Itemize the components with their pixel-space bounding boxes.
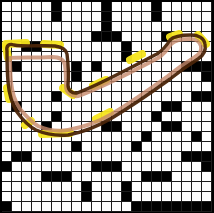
grid-cell[interactable]	[82, 2, 92, 12]
grid-cell[interactable]	[162, 112, 172, 122]
grid-cell[interactable]	[182, 172, 192, 182]
grid-cell[interactable]	[162, 152, 172, 162]
grid-cell[interactable]	[42, 132, 52, 142]
grid-cell[interactable]	[22, 22, 32, 32]
grid-cell[interactable]	[142, 52, 152, 62]
grid-cell[interactable]	[12, 52, 22, 62]
grid-cell[interactable]	[82, 142, 92, 152]
grid-cell[interactable]	[202, 52, 212, 62]
grid-cell[interactable]	[132, 132, 142, 142]
grid-cell[interactable]	[112, 72, 122, 82]
grid-cell[interactable]	[112, 182, 122, 192]
grid-cell[interactable]	[122, 2, 132, 12]
grid-cell[interactable]	[92, 12, 102, 22]
grid-cell[interactable]	[192, 172, 202, 182]
grid-cell[interactable]	[52, 82, 62, 92]
grid-cell[interactable]	[52, 152, 62, 162]
grid-cell[interactable]	[162, 182, 172, 192]
grid-cell[interactable]	[52, 162, 62, 172]
grid-cell[interactable]	[2, 22, 12, 32]
grid-cell[interactable]	[32, 162, 42, 172]
grid-cell[interactable]	[32, 182, 42, 192]
grid-cell[interactable]	[202, 192, 212, 202]
grid-cell[interactable]	[2, 122, 12, 132]
grid-cell[interactable]	[42, 202, 52, 212]
grid-cell[interactable]	[62, 122, 72, 132]
grid-cell[interactable]	[2, 32, 12, 42]
grid-cell[interactable]	[32, 72, 42, 82]
grid-cell[interactable]	[22, 2, 32, 12]
grid-cell[interactable]	[162, 12, 172, 22]
grid-cell[interactable]	[122, 172, 132, 182]
grid-cell[interactable]	[152, 142, 162, 152]
grid-cell[interactable]	[42, 142, 52, 152]
grid-cell[interactable]	[172, 132, 182, 142]
grid-cell[interactable]	[42, 192, 52, 202]
grid-cell[interactable]	[102, 92, 112, 102]
grid-cell[interactable]	[152, 122, 162, 132]
grid-cell[interactable]	[22, 132, 32, 142]
grid-cell[interactable]	[122, 102, 132, 112]
grid-cell[interactable]	[52, 52, 62, 62]
grid-cell[interactable]	[182, 2, 192, 12]
grid-cell[interactable]	[62, 62, 72, 72]
grid-cell[interactable]	[132, 22, 142, 32]
grid-cell[interactable]	[112, 92, 122, 102]
grid-cell[interactable]	[12, 192, 22, 202]
grid-cell[interactable]	[202, 182, 212, 192]
grid-cell[interactable]	[192, 192, 202, 202]
grid-cell[interactable]	[32, 32, 42, 42]
grid-cell[interactable]	[182, 182, 192, 192]
grid-cell[interactable]	[82, 102, 92, 112]
grid-cell[interactable]	[202, 132, 212, 142]
grid-cell[interactable]	[162, 162, 172, 172]
grid-cell[interactable]	[42, 2, 52, 12]
grid-cell[interactable]	[32, 82, 42, 92]
grid-cell[interactable]	[72, 122, 82, 132]
grid-cell[interactable]	[2, 182, 12, 192]
grid-cell[interactable]	[82, 32, 92, 42]
grid-cell[interactable]	[132, 82, 142, 92]
grid-cell[interactable]	[182, 92, 192, 102]
grid-cell[interactable]	[22, 102, 32, 112]
grid-cell[interactable]	[122, 142, 132, 152]
grid-cell[interactable]	[182, 82, 192, 92]
grid-cell[interactable]	[182, 162, 192, 172]
grid-cell[interactable]	[142, 92, 152, 102]
grid-cell[interactable]	[152, 42, 162, 52]
grid-cell[interactable]	[202, 42, 212, 52]
grid-cell[interactable]	[152, 72, 162, 82]
grid-cell[interactable]	[112, 62, 122, 72]
grid-cell[interactable]	[122, 162, 132, 172]
grid-cell[interactable]	[162, 192, 172, 202]
grid-cell[interactable]	[132, 12, 142, 22]
grid-cell[interactable]	[32, 142, 42, 152]
grid-cell[interactable]	[22, 82, 32, 92]
grid-cell[interactable]	[172, 72, 182, 82]
grid-cell[interactable]	[62, 22, 72, 32]
grid-cell[interactable]	[92, 2, 102, 12]
grid-cell[interactable]	[182, 22, 192, 32]
grid-cell[interactable]	[32, 102, 42, 112]
grid-cell[interactable]	[42, 42, 52, 52]
grid-cell[interactable]	[92, 192, 102, 202]
grid-cell[interactable]	[152, 192, 162, 202]
grid-cell[interactable]	[92, 132, 102, 142]
grid-cell[interactable]	[132, 152, 142, 162]
grid-cell[interactable]	[92, 52, 102, 62]
grid-cell[interactable]	[142, 42, 152, 52]
grid-cell[interactable]	[92, 122, 102, 132]
grid-cell[interactable]	[152, 62, 162, 72]
grid-cell[interactable]	[172, 162, 182, 172]
grid-cell[interactable]	[52, 182, 62, 192]
grid-cell[interactable]	[162, 142, 172, 152]
grid-cell[interactable]	[42, 72, 52, 82]
grid-cell[interactable]	[62, 192, 72, 202]
grid-cell[interactable]	[172, 92, 182, 102]
grid-cell[interactable]	[62, 112, 72, 122]
grid-cell[interactable]	[192, 162, 202, 172]
grid-cell[interactable]	[102, 102, 112, 112]
grid-cell[interactable]	[12, 72, 22, 82]
grid-cell[interactable]	[32, 2, 42, 12]
grid-cell[interactable]	[182, 32, 192, 42]
grid-cell[interactable]	[112, 2, 122, 12]
grid-cell[interactable]	[192, 12, 202, 22]
grid-cell[interactable]	[92, 182, 102, 192]
grid-cell[interactable]	[82, 12, 92, 22]
grid-cell[interactable]	[42, 52, 52, 62]
grid-cell[interactable]	[172, 82, 182, 92]
grid-cell[interactable]	[62, 132, 72, 142]
grid-cell[interactable]	[172, 112, 182, 122]
grid-cell[interactable]	[72, 132, 82, 142]
grid-cell[interactable]	[2, 192, 12, 202]
grid-cell[interactable]	[42, 62, 52, 72]
grid-cell[interactable]	[32, 12, 42, 22]
grid-cell[interactable]	[202, 82, 212, 92]
grid-cell[interactable]	[182, 42, 192, 52]
grid-cell[interactable]	[12, 182, 22, 192]
grid-cell[interactable]	[142, 102, 152, 112]
grid-cell[interactable]	[182, 122, 192, 132]
grid-cell[interactable]	[132, 92, 142, 102]
grid-cell[interactable]	[112, 22, 122, 32]
grid-cell[interactable]	[112, 172, 122, 182]
grid-cell[interactable]	[2, 2, 12, 12]
grid-cell[interactable]	[152, 162, 162, 172]
grid-cell[interactable]	[192, 112, 202, 122]
grid-cell[interactable]	[122, 202, 132, 212]
grid-cell[interactable]	[62, 182, 72, 192]
grid-cell[interactable]	[12, 22, 22, 32]
grid-cell[interactable]	[2, 152, 12, 162]
grid-cell[interactable]	[2, 72, 12, 82]
grid-cell[interactable]	[142, 72, 152, 82]
grid-cell[interactable]	[122, 122, 132, 132]
grid-cell[interactable]	[92, 172, 102, 182]
grid-cell[interactable]	[12, 122, 22, 132]
grid-cell[interactable]	[22, 92, 32, 102]
grid-cell[interactable]	[12, 12, 22, 22]
grid-cell[interactable]	[142, 122, 152, 132]
grid-cell[interactable]	[62, 102, 72, 112]
grid-cell[interactable]	[72, 92, 82, 102]
grid-cell[interactable]	[92, 42, 102, 52]
grid-cell[interactable]	[82, 202, 92, 212]
grid-cell[interactable]	[52, 22, 62, 32]
grid-cell[interactable]	[102, 72, 112, 82]
grid-cell[interactable]	[2, 82, 12, 92]
grid-cell[interactable]	[82, 72, 92, 82]
grid-cell[interactable]	[122, 152, 132, 162]
grid-cell[interactable]	[192, 142, 202, 152]
grid-cell[interactable]	[192, 82, 202, 92]
grid-cell[interactable]	[132, 42, 142, 52]
grid-cell[interactable]	[72, 162, 82, 172]
grid-cell[interactable]	[202, 2, 212, 12]
grid-cell[interactable]	[52, 32, 62, 42]
grid-cell[interactable]	[202, 122, 212, 132]
grid-cell[interactable]	[92, 92, 102, 102]
grid-cell[interactable]	[82, 62, 92, 72]
grid-cell[interactable]	[22, 122, 32, 132]
grid-cell[interactable]	[102, 82, 112, 92]
grid-cell[interactable]	[2, 102, 12, 112]
grid-cell[interactable]	[32, 122, 42, 132]
grid-cell[interactable]	[102, 152, 112, 162]
grid-cell[interactable]	[82, 22, 92, 32]
grid-cell[interactable]	[192, 52, 202, 62]
grid-cell[interactable]	[32, 172, 42, 182]
grid-cell[interactable]	[22, 172, 32, 182]
grid-cell[interactable]	[162, 2, 172, 12]
grid-cell[interactable]	[92, 142, 102, 152]
grid-cell[interactable]	[122, 112, 132, 122]
grid-cell[interactable]	[42, 152, 52, 162]
grid-cell[interactable]	[12, 132, 22, 142]
grid-cell[interactable]	[142, 152, 152, 162]
grid-cell[interactable]	[112, 102, 122, 112]
grid-cell[interactable]	[32, 52, 42, 62]
grid-cell[interactable]	[62, 92, 72, 102]
grid-cell[interactable]	[12, 32, 22, 42]
grid-cell[interactable]	[72, 192, 82, 202]
grid-cell[interactable]	[42, 102, 52, 112]
grid-cell[interactable]	[62, 42, 72, 52]
grid-cell[interactable]	[152, 32, 162, 42]
grid-cell[interactable]	[162, 52, 172, 62]
grid-cell[interactable]	[2, 42, 12, 52]
grid-cell[interactable]	[182, 72, 192, 82]
grid-cell[interactable]	[142, 62, 152, 72]
grid-cell[interactable]	[52, 202, 62, 212]
grid-cell[interactable]	[62, 32, 72, 42]
grid-cell[interactable]	[182, 142, 192, 152]
grid-cell[interactable]	[172, 182, 182, 192]
grid-cell[interactable]	[12, 112, 22, 122]
grid-cell[interactable]	[92, 72, 102, 82]
grid-cell[interactable]	[102, 112, 112, 122]
grid-cell[interactable]	[2, 142, 12, 152]
grid-cell[interactable]	[182, 102, 192, 112]
grid-cell[interactable]	[22, 162, 32, 172]
grid-cell[interactable]	[62, 2, 72, 12]
grid-cell[interactable]	[152, 22, 162, 32]
grid-cell[interactable]	[142, 82, 152, 92]
grid-cell[interactable]	[192, 102, 202, 112]
grid-cell[interactable]	[142, 162, 152, 172]
grid-cell[interactable]	[102, 182, 112, 192]
grid-cell[interactable]	[122, 132, 132, 142]
grid-cell[interactable]	[132, 192, 142, 202]
grid-cell[interactable]	[52, 192, 62, 202]
grid-cell[interactable]	[202, 12, 212, 22]
grid-cell[interactable]	[52, 42, 62, 52]
grid-cell[interactable]	[132, 32, 142, 42]
grid-cell[interactable]	[112, 152, 122, 162]
grid-cell[interactable]	[172, 32, 182, 42]
grid-cell[interactable]	[42, 112, 52, 122]
grid-cell[interactable]	[32, 202, 42, 212]
grid-cell[interactable]	[52, 102, 62, 112]
grid-cell[interactable]	[162, 82, 172, 92]
grid-cell[interactable]	[122, 92, 132, 102]
grid-cell[interactable]	[132, 2, 142, 12]
grid-cell[interactable]	[22, 192, 32, 202]
grid-cell[interactable]	[92, 202, 102, 212]
grid-cell[interactable]	[62, 82, 72, 92]
grid-cell[interactable]	[52, 142, 62, 152]
grid-cell[interactable]	[182, 132, 192, 142]
grid-cell[interactable]	[42, 82, 52, 92]
grid-cell[interactable]	[142, 2, 152, 12]
grid-cell[interactable]	[62, 152, 72, 162]
grid-cell[interactable]	[172, 152, 182, 162]
grid-cell[interactable]	[72, 2, 82, 12]
grid-cell[interactable]	[92, 152, 102, 162]
grid-cell[interactable]	[82, 52, 92, 62]
grid-cell[interactable]	[2, 112, 12, 122]
grid-cell[interactable]	[152, 132, 162, 142]
grid-cell[interactable]	[62, 142, 72, 152]
grid-cell[interactable]	[42, 22, 52, 32]
grid-cell[interactable]	[72, 102, 82, 112]
grid-cell[interactable]	[22, 52, 32, 62]
grid-cell[interactable]	[32, 62, 42, 72]
grid-cell[interactable]	[162, 72, 172, 82]
grid-cell[interactable]	[12, 142, 22, 152]
grid-cell[interactable]	[182, 52, 192, 62]
grid-cell[interactable]	[22, 112, 32, 122]
grid-cell[interactable]	[82, 112, 92, 122]
grid-cell[interactable]	[202, 32, 212, 42]
grid-cell[interactable]	[62, 202, 72, 212]
grid-cell[interactable]	[192, 42, 202, 52]
grid-cell[interactable]	[102, 142, 112, 152]
grid-cell[interactable]	[42, 92, 52, 102]
grid-cell[interactable]	[112, 52, 122, 62]
grid-cell[interactable]	[202, 142, 212, 152]
grid-cell[interactable]	[12, 202, 22, 212]
grid-cell[interactable]	[92, 22, 102, 32]
grid-cell[interactable]	[72, 202, 82, 212]
grid-cell[interactable]	[72, 52, 82, 62]
grid-cell[interactable]	[2, 62, 12, 72]
grid-cell[interactable]	[122, 12, 132, 22]
grid-cell[interactable]	[172, 172, 182, 182]
grid-cell[interactable]	[22, 32, 32, 42]
grid-cell[interactable]	[32, 152, 42, 162]
grid-cell[interactable]	[62, 12, 72, 22]
grid-cell[interactable]	[2, 132, 12, 142]
grid-cell[interactable]	[142, 112, 152, 122]
grid-cell[interactable]	[42, 182, 52, 192]
grid-cell[interactable]	[12, 162, 22, 172]
grid-cell[interactable]	[22, 62, 32, 72]
grid-cell[interactable]	[52, 122, 62, 132]
grid-cell[interactable]	[142, 12, 152, 22]
grid-cell[interactable]	[152, 82, 162, 92]
grid-cell[interactable]	[42, 162, 52, 172]
grid-cell[interactable]	[172, 22, 182, 32]
grid-cell[interactable]	[142, 22, 152, 32]
grid-cell[interactable]	[112, 132, 122, 142]
grid-cell[interactable]	[82, 42, 92, 52]
grid-cell[interactable]	[52, 72, 62, 82]
grid-cell[interactable]	[152, 102, 162, 112]
grid-cell[interactable]	[162, 42, 172, 52]
grid-cell[interactable]	[132, 62, 142, 72]
grid-cell[interactable]	[2, 52, 12, 62]
grid-cell[interactable]	[52, 132, 62, 142]
grid-cell[interactable]	[112, 82, 122, 92]
grid-cell[interactable]	[92, 82, 102, 92]
grid-cell[interactable]	[72, 42, 82, 52]
grid-cell[interactable]	[102, 62, 112, 72]
grid-cell[interactable]	[32, 132, 42, 142]
grid-cell[interactable]	[12, 172, 22, 182]
grid-cell[interactable]	[102, 172, 112, 182]
grid-cell[interactable]	[202, 112, 212, 122]
grid-cell[interactable]	[132, 162, 142, 172]
grid-cell[interactable]	[132, 182, 142, 192]
grid-cell[interactable]	[202, 102, 212, 112]
grid-cell[interactable]	[72, 172, 82, 182]
grid-cell[interactable]	[112, 42, 122, 52]
grid-cell[interactable]	[132, 122, 142, 132]
grid-cell[interactable]	[72, 152, 82, 162]
grid-cell[interactable]	[182, 112, 192, 122]
grid-cell[interactable]	[72, 112, 82, 122]
grid-cell[interactable]	[112, 112, 122, 122]
grid-cell[interactable]	[42, 32, 52, 42]
grid-cell[interactable]	[2, 172, 12, 182]
grid-cell[interactable]	[102, 132, 112, 142]
grid-cell[interactable]	[82, 162, 92, 172]
grid-cell[interactable]	[72, 22, 82, 32]
grid-cell[interactable]	[202, 172, 212, 182]
grid-cell[interactable]	[72, 12, 82, 22]
grid-cell[interactable]	[72, 32, 82, 42]
grid-cell[interactable]	[192, 72, 202, 82]
grid-cell[interactable]	[32, 112, 42, 122]
grid-cell[interactable]	[112, 142, 122, 152]
grid-cell[interactable]	[172, 142, 182, 152]
